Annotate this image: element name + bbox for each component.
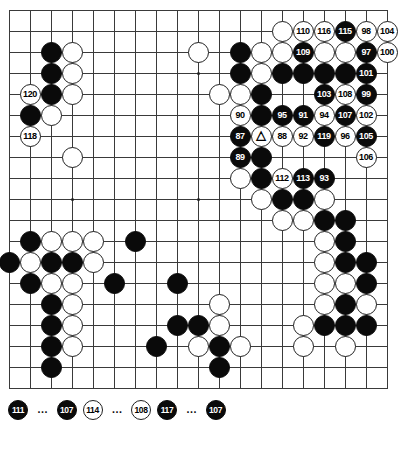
stone (314, 210, 335, 231)
stone-move-107: 107 (335, 105, 356, 126)
stone (104, 273, 125, 294)
stone (356, 252, 377, 273)
stone (20, 105, 41, 126)
stone-move-96: 96 (335, 126, 356, 147)
stone (125, 231, 146, 252)
move-repeat-caption: 111…107114…108117…107 (8, 400, 226, 420)
stone (230, 63, 251, 84)
stone-move-115: 115 (335, 21, 356, 42)
stone (41, 336, 62, 357)
stone-move-91: 91 (293, 105, 314, 126)
star-point (71, 198, 74, 201)
stone-move-95: 95 (272, 105, 293, 126)
stone (167, 315, 188, 336)
stone (293, 63, 314, 84)
stone (20, 231, 41, 252)
stone (41, 273, 62, 294)
star-point (197, 72, 200, 75)
caption-stone-114: 114 (83, 400, 103, 420)
stone (146, 336, 167, 357)
stone-move-88: 88 (272, 126, 293, 147)
stone (209, 315, 230, 336)
stone-move-89: 89 (230, 147, 251, 168)
stone-move-87: 87 (230, 126, 251, 147)
stone (41, 42, 62, 63)
stone (62, 273, 83, 294)
stone (335, 231, 356, 252)
stone (293, 210, 314, 231)
stone (272, 42, 293, 63)
caption-stone-108: 108 (131, 400, 151, 420)
stone-move-98: 98 (356, 21, 377, 42)
caption-stone-107: 107 (57, 400, 77, 420)
caption-stone-107: 107 (206, 400, 226, 420)
stone (230, 336, 251, 357)
stone (251, 105, 272, 126)
stone (251, 147, 272, 168)
caption-ellipsis: … (186, 403, 199, 415)
stone (83, 231, 104, 252)
caption-ellipsis: … (112, 403, 125, 415)
stone (335, 63, 356, 84)
stone-move-106: 106 (356, 147, 377, 168)
triangle-mark: △ (256, 129, 266, 142)
stone-move-90: 90 (230, 105, 251, 126)
stone (62, 336, 83, 357)
stone-move-119: 119 (314, 126, 335, 147)
stone (62, 63, 83, 84)
stone (209, 294, 230, 315)
stone (62, 84, 83, 105)
stone (230, 42, 251, 63)
stone (209, 357, 230, 378)
triangle-marked-stone: △ (251, 126, 272, 147)
stone (0, 252, 20, 273)
stone-move-94: 94 (314, 105, 335, 126)
stone-move-105: 105 (356, 126, 377, 147)
stone (335, 42, 356, 63)
stone (62, 147, 83, 168)
stone (335, 315, 356, 336)
stone (83, 252, 104, 273)
stone (335, 273, 356, 294)
stone-move-92: 92 (293, 126, 314, 147)
stone (20, 252, 41, 273)
stone (41, 84, 62, 105)
go-diagram-page: 111…107114…108117…107 110116115981041099… (0, 0, 400, 449)
stone (167, 273, 188, 294)
stone (62, 42, 83, 63)
stone (41, 294, 62, 315)
stone-move-113: 113 (293, 168, 314, 189)
stone-move-103: 103 (314, 84, 335, 105)
stone-move-108: 108 (335, 84, 356, 105)
stone (41, 105, 62, 126)
stone (41, 231, 62, 252)
stone-move-118: 118 (20, 126, 41, 147)
stone (314, 273, 335, 294)
stone (188, 42, 209, 63)
star-point (197, 198, 200, 201)
stone (293, 336, 314, 357)
stone (41, 357, 62, 378)
stone-move-109: 109 (293, 42, 314, 63)
stone (251, 168, 272, 189)
stone-move-102: 102 (356, 105, 377, 126)
stone (314, 315, 335, 336)
stone (314, 231, 335, 252)
stone (62, 294, 83, 315)
stone-move-110: 110 (293, 21, 314, 42)
stone (230, 84, 251, 105)
stone (251, 189, 272, 210)
caption-stone-111: 111 (8, 400, 28, 420)
stone (314, 189, 335, 210)
stone (335, 294, 356, 315)
stone-move-120: 120 (20, 84, 41, 105)
stone (272, 63, 293, 84)
stone (62, 252, 83, 273)
stone (230, 168, 251, 189)
stone (314, 294, 335, 315)
stone (314, 42, 335, 63)
stone (356, 273, 377, 294)
stone (251, 42, 272, 63)
stone (251, 63, 272, 84)
stone-move-93: 93 (314, 168, 335, 189)
stone (41, 252, 62, 273)
stone-move-99: 99 (356, 84, 377, 105)
stone (41, 315, 62, 336)
stone (293, 189, 314, 210)
stone (314, 63, 335, 84)
stone-move-97: 97 (356, 42, 377, 63)
stone-move-100: 100 (377, 42, 398, 63)
stone (335, 252, 356, 273)
stone (314, 252, 335, 273)
stone (272, 21, 293, 42)
stone (20, 273, 41, 294)
stone (272, 189, 293, 210)
stone (272, 210, 293, 231)
stone-move-116: 116 (314, 21, 335, 42)
caption-stone-117: 117 (157, 400, 177, 420)
stone (293, 315, 314, 336)
stone (209, 84, 230, 105)
stone (41, 63, 62, 84)
stone (209, 336, 230, 357)
stone (356, 294, 377, 315)
caption-ellipsis: … (37, 403, 50, 415)
stone (188, 315, 209, 336)
stone (335, 210, 356, 231)
stone (335, 336, 356, 357)
stone-move-112: 112 (272, 168, 293, 189)
stone-move-104: 104 (377, 21, 398, 42)
stone (356, 315, 377, 336)
stone (62, 231, 83, 252)
stone-move-101: 101 (356, 63, 377, 84)
stone (62, 315, 83, 336)
stone (251, 84, 272, 105)
stone (188, 336, 209, 357)
